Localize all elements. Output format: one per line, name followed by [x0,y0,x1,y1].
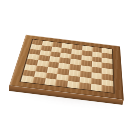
square-d1 [56,80,68,88]
square-f1 [79,82,91,90]
square-g1 [90,84,102,92]
chess-grid [19,39,114,94]
folding-chessboard [9,35,123,100]
product-photo-background [0,0,140,140]
square-e1 [67,81,79,89]
square-h1 [102,85,114,93]
